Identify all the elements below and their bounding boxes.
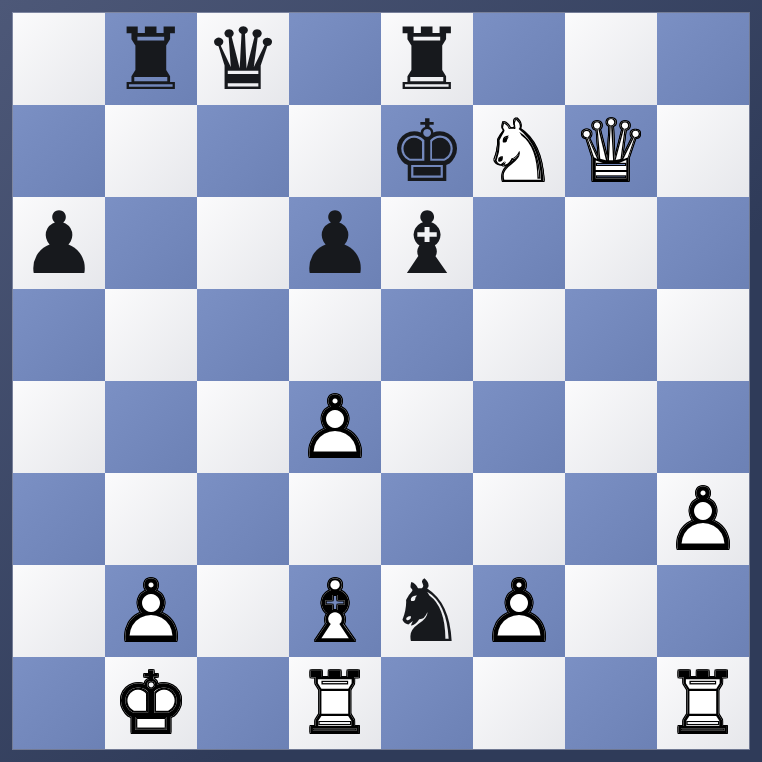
square-a3[interactable] — [13, 473, 105, 565]
chess-board: ♜♛♜♚♞♘♛♕♟♟♝♟♙♟♙♟♙♝♗♞♟♙♚♔♜♖♜♖ — [13, 13, 749, 749]
white-king[interactable]: ♚♔ — [105, 657, 197, 749]
square-h2[interactable] — [657, 565, 749, 657]
square-b3[interactable] — [105, 473, 197, 565]
square-b8[interactable]: ♜ — [105, 13, 197, 105]
black-rook[interactable]: ♜ — [381, 13, 473, 105]
square-f8[interactable] — [473, 13, 565, 105]
square-f4[interactable] — [473, 381, 565, 473]
square-d7[interactable] — [289, 105, 381, 197]
square-e3[interactable] — [381, 473, 473, 565]
square-d8[interactable] — [289, 13, 381, 105]
square-c7[interactable] — [197, 105, 289, 197]
white-pawn[interactable]: ♟♙ — [473, 565, 565, 657]
square-a4[interactable] — [13, 381, 105, 473]
square-f5[interactable] — [473, 289, 565, 381]
white-pawn-outline: ♙ — [657, 473, 749, 565]
square-c3[interactable] — [197, 473, 289, 565]
square-h4[interactable] — [657, 381, 749, 473]
square-f7[interactable]: ♞♘ — [473, 105, 565, 197]
white-rook-outline: ♖ — [657, 657, 749, 749]
black-pawn[interactable]: ♟ — [289, 197, 381, 289]
square-g4[interactable] — [565, 381, 657, 473]
square-e6[interactable]: ♝ — [381, 197, 473, 289]
white-pawn[interactable]: ♟♙ — [289, 381, 381, 473]
square-h7[interactable] — [657, 105, 749, 197]
white-rook-outline: ♖ — [289, 657, 381, 749]
square-h1[interactable]: ♜♖ — [657, 657, 749, 749]
white-rook[interactable]: ♜♖ — [289, 657, 381, 749]
square-h3[interactable]: ♟♙ — [657, 473, 749, 565]
black-king[interactable]: ♚ — [381, 105, 473, 197]
square-h8[interactable] — [657, 13, 749, 105]
black-knight-glyph: ♞ — [381, 565, 473, 657]
square-d5[interactable] — [289, 289, 381, 381]
square-d6[interactable]: ♟ — [289, 197, 381, 289]
white-queen[interactable]: ♛♕ — [565, 105, 657, 197]
square-e4[interactable] — [381, 381, 473, 473]
white-pawn-outline: ♙ — [105, 565, 197, 657]
square-c8[interactable]: ♛ — [197, 13, 289, 105]
white-pawn[interactable]: ♟♙ — [105, 565, 197, 657]
white-rook[interactable]: ♜♖ — [657, 657, 749, 749]
black-king-glyph: ♚ — [381, 105, 473, 197]
square-d3[interactable] — [289, 473, 381, 565]
square-g5[interactable] — [565, 289, 657, 381]
black-rook-glyph: ♜ — [105, 13, 197, 105]
square-a6[interactable]: ♟ — [13, 197, 105, 289]
board-frame: ♜♛♜♚♞♘♛♕♟♟♝♟♙♟♙♟♙♝♗♞♟♙♚♔♜♖♜♖ — [0, 0, 762, 762]
white-queen-outline: ♕ — [565, 105, 657, 197]
black-bishop[interactable]: ♝ — [381, 197, 473, 289]
square-d2[interactable]: ♝♗ — [289, 565, 381, 657]
white-bishop-outline: ♗ — [289, 565, 381, 657]
white-bishop[interactable]: ♝♗ — [289, 565, 381, 657]
square-e2[interactable]: ♞ — [381, 565, 473, 657]
square-g3[interactable] — [565, 473, 657, 565]
black-pawn[interactable]: ♟ — [13, 197, 105, 289]
square-e5[interactable] — [381, 289, 473, 381]
square-b7[interactable] — [105, 105, 197, 197]
white-knight-outline: ♘ — [473, 105, 565, 197]
square-a7[interactable] — [13, 105, 105, 197]
white-pawn-outline: ♙ — [289, 381, 381, 473]
square-b5[interactable] — [105, 289, 197, 381]
square-a2[interactable] — [13, 565, 105, 657]
white-knight[interactable]: ♞♘ — [473, 105, 565, 197]
black-knight[interactable]: ♞ — [381, 565, 473, 657]
square-d1[interactable]: ♜♖ — [289, 657, 381, 749]
square-c6[interactable] — [197, 197, 289, 289]
square-e1[interactable] — [381, 657, 473, 749]
square-g8[interactable] — [565, 13, 657, 105]
black-rook-glyph: ♜ — [381, 13, 473, 105]
square-g6[interactable] — [565, 197, 657, 289]
square-a8[interactable] — [13, 13, 105, 105]
square-h6[interactable] — [657, 197, 749, 289]
square-f2[interactable]: ♟♙ — [473, 565, 565, 657]
black-pawn-glyph: ♟ — [13, 197, 105, 289]
white-king-outline: ♔ — [105, 657, 197, 749]
square-d4[interactable]: ♟♙ — [289, 381, 381, 473]
black-rook[interactable]: ♜ — [105, 13, 197, 105]
square-b2[interactable]: ♟♙ — [105, 565, 197, 657]
square-c1[interactable] — [197, 657, 289, 749]
square-b1[interactable]: ♚♔ — [105, 657, 197, 749]
square-a5[interactable] — [13, 289, 105, 381]
square-g7[interactable]: ♛♕ — [565, 105, 657, 197]
square-b4[interactable] — [105, 381, 197, 473]
square-f3[interactable] — [473, 473, 565, 565]
black-pawn-glyph: ♟ — [289, 197, 381, 289]
square-a1[interactable] — [13, 657, 105, 749]
square-c5[interactable] — [197, 289, 289, 381]
black-queen-glyph: ♛ — [197, 13, 289, 105]
square-e7[interactable]: ♚ — [381, 105, 473, 197]
square-h5[interactable] — [657, 289, 749, 381]
square-e8[interactable]: ♜ — [381, 13, 473, 105]
square-b6[interactable] — [105, 197, 197, 289]
square-c4[interactable] — [197, 381, 289, 473]
white-pawn-outline: ♙ — [473, 565, 565, 657]
square-f1[interactable] — [473, 657, 565, 749]
square-g2[interactable] — [565, 565, 657, 657]
black-bishop-glyph: ♝ — [381, 197, 473, 289]
black-queen[interactable]: ♛ — [197, 13, 289, 105]
square-g1[interactable] — [565, 657, 657, 749]
square-f6[interactable] — [473, 197, 565, 289]
square-c2[interactable] — [197, 565, 289, 657]
white-pawn[interactable]: ♟♙ — [657, 473, 749, 565]
